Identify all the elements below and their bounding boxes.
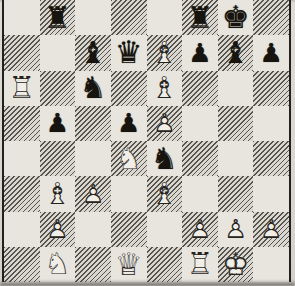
square-h7[interactable]: ♟ (253, 35, 289, 70)
white-pawn[interactable]: ♟♙ (147, 106, 183, 141)
square-c3[interactable]: ♟♙ (75, 176, 111, 211)
square-f4[interactable] (182, 141, 218, 176)
piece-outline-layer: ♘ (40, 247, 76, 282)
piece-outline-layer: ♘ (111, 141, 147, 176)
square-c2[interactable] (75, 212, 111, 247)
square-h1[interactable] (253, 247, 289, 282)
square-e4[interactable]: ♞ (147, 141, 183, 176)
piece-outline-layer: ♗ (147, 176, 183, 211)
white-king[interactable]: ♚♔ (218, 247, 254, 282)
piece-outline-layer: ♗ (147, 35, 183, 70)
square-e2[interactable] (147, 212, 183, 247)
black-bishop[interactable]: ♝ (218, 35, 254, 70)
black-knight[interactable]: ♞ (147, 141, 183, 176)
piece-outline-layer: ♔ (218, 247, 254, 282)
square-g1[interactable]: ♚♔ (218, 247, 254, 282)
square-b1[interactable]: ♞♘ (40, 247, 76, 282)
square-c6[interactable]: ♞ (75, 71, 111, 106)
piece-outline-layer: ♙ (147, 106, 183, 141)
square-h3[interactable] (253, 176, 289, 211)
square-f1[interactable]: ♜♖ (182, 247, 218, 282)
square-a8[interactable] (4, 0, 40, 35)
white-pawn[interactable]: ♟♙ (182, 212, 218, 247)
square-c1[interactable] (75, 247, 111, 282)
square-e3[interactable]: ♝♗ (147, 176, 183, 211)
square-f3[interactable] (182, 176, 218, 211)
white-bishop[interactable]: ♝♗ (147, 176, 183, 211)
square-g7[interactable]: ♝ (218, 35, 254, 70)
square-d7[interactable]: ♛ (111, 35, 147, 70)
piece-outline-layer: ♙ (218, 212, 254, 247)
scan-bottom-smudge (0, 280, 295, 286)
black-pawn[interactable]: ♟ (182, 35, 218, 70)
piece-outline-layer: ♗ (40, 176, 76, 211)
white-knight[interactable]: ♞♘ (40, 247, 76, 282)
black-rook[interactable]: ♜ (40, 0, 76, 35)
square-a2[interactable] (4, 212, 40, 247)
square-b7[interactable] (40, 35, 76, 70)
square-h6[interactable] (253, 71, 289, 106)
square-c7[interactable]: ♝ (75, 35, 111, 70)
white-pawn[interactable]: ♟♙ (253, 212, 289, 247)
black-pawn[interactable]: ♟ (253, 35, 289, 70)
square-f8[interactable]: ♜ (182, 0, 218, 35)
square-e8[interactable] (147, 0, 183, 35)
piece-outline-layer: ♕ (111, 247, 147, 282)
piece-outline-layer: ♙ (75, 176, 111, 211)
black-queen[interactable]: ♛ (111, 35, 147, 70)
black-king[interactable]: ♚ (218, 0, 254, 35)
white-knight[interactable]: ♞♘ (111, 141, 147, 176)
chess-board: ♜♜♚♝♛♝♗♟♝♟♜♖♞♝♗♟♟♟♙♞♘♞♝♗♟♙♝♗♟♙♟♙♟♙♟♙♞♘♛♕… (2, 0, 291, 282)
square-f6[interactable] (182, 71, 218, 106)
white-pawn[interactable]: ♟♙ (75, 176, 111, 211)
square-g8[interactable]: ♚ (218, 0, 254, 35)
white-pawn[interactable]: ♟♙ (40, 212, 76, 247)
square-g5[interactable] (218, 106, 254, 141)
square-f7[interactable]: ♟ (182, 35, 218, 70)
square-d1[interactable]: ♛♕ (111, 247, 147, 282)
square-d8[interactable] (111, 0, 147, 35)
square-b2[interactable]: ♟♙ (40, 212, 76, 247)
square-g6[interactable] (218, 71, 254, 106)
square-b4[interactable] (40, 141, 76, 176)
square-c5[interactable] (75, 106, 111, 141)
square-e6[interactable]: ♝♗ (147, 71, 183, 106)
square-b6[interactable] (40, 71, 76, 106)
square-a6[interactable]: ♜♖ (4, 71, 40, 106)
square-e5[interactable]: ♟♙ (147, 106, 183, 141)
piece-outline-layer: ♖ (4, 71, 40, 106)
square-h8[interactable] (253, 0, 289, 35)
square-d5[interactable]: ♟ (111, 106, 147, 141)
square-a4[interactable] (4, 141, 40, 176)
square-b8[interactable]: ♜ (40, 0, 76, 35)
square-e1[interactable] (147, 247, 183, 282)
square-a1[interactable] (4, 247, 40, 282)
square-e7[interactable]: ♝♗ (147, 35, 183, 70)
square-f2[interactable]: ♟♙ (182, 212, 218, 247)
square-g2[interactable]: ♟♙ (218, 212, 254, 247)
square-b3[interactable]: ♝♗ (40, 176, 76, 211)
square-d3[interactable] (111, 176, 147, 211)
square-f5[interactable] (182, 106, 218, 141)
piece-outline-layer: ♙ (40, 212, 76, 247)
square-c8[interactable] (75, 0, 111, 35)
piece-outline-layer: ♗ (147, 71, 183, 106)
white-bishop[interactable]: ♝♗ (147, 71, 183, 106)
black-pawn[interactable]: ♟ (40, 106, 76, 141)
square-c4[interactable] (75, 141, 111, 176)
white-queen[interactable]: ♛♕ (111, 247, 147, 282)
piece-outline-layer: ♙ (182, 212, 218, 247)
black-rook[interactable]: ♜ (182, 0, 218, 35)
white-rook[interactable]: ♜♖ (182, 247, 218, 282)
square-h2[interactable]: ♟♙ (253, 212, 289, 247)
white-rook[interactable]: ♜♖ (4, 71, 40, 106)
square-d2[interactable] (111, 212, 147, 247)
black-pawn[interactable]: ♟ (111, 106, 147, 141)
square-b5[interactable]: ♟ (40, 106, 76, 141)
square-d4[interactable]: ♞♘ (111, 141, 147, 176)
piece-outline-layer: ♖ (182, 247, 218, 282)
square-g4[interactable] (218, 141, 254, 176)
square-a3[interactable] (4, 176, 40, 211)
piece-outline-layer: ♙ (253, 212, 289, 247)
square-g3[interactable] (218, 176, 254, 211)
white-pawn[interactable]: ♟♙ (218, 212, 254, 247)
square-h5[interactable] (253, 106, 289, 141)
white-bishop[interactable]: ♝♗ (147, 35, 183, 70)
square-h4[interactable] (253, 141, 289, 176)
black-bishop[interactable]: ♝ (75, 35, 111, 70)
black-knight[interactable]: ♞ (75, 71, 111, 106)
square-d6[interactable] (111, 71, 147, 106)
square-a7[interactable] (4, 35, 40, 70)
white-bishop[interactable]: ♝♗ (40, 176, 76, 211)
square-a5[interactable] (4, 106, 40, 141)
